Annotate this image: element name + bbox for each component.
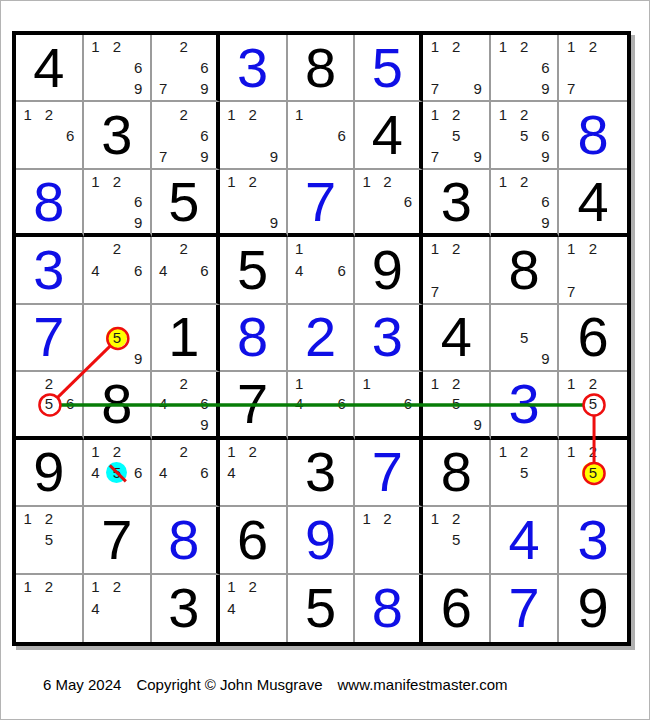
empty-candidate-slot — [398, 508, 419, 529]
candidate-digit: 2 — [514, 36, 535, 57]
empty-candidate-slot — [514, 306, 535, 327]
cell-r7c4[interactable]: 124 — [220, 440, 288, 507]
empty-candidate-slot — [173, 125, 194, 146]
cell-r8c6[interactable]: 12 — [355, 507, 423, 574]
empty-candidate-slot — [492, 78, 513, 99]
empty-candidate-slot — [492, 462, 513, 483]
empty-candidate-slot — [17, 414, 38, 434]
empty-candidate-slot — [582, 57, 604, 78]
cell-r3c6[interactable]: 126 — [355, 170, 423, 237]
candidate-digit: 4 — [221, 462, 242, 483]
cell-r9c3[interactable]: 3 — [152, 575, 220, 642]
candidate-grid: 246 — [152, 237, 216, 302]
empty-candidate-slot — [604, 414, 626, 434]
empty-candidate-slot — [467, 281, 488, 302]
candidate-grid: 127 — [423, 237, 489, 302]
candidate-grid: 146 — [288, 237, 354, 302]
empty-candidate-slot — [604, 462, 626, 483]
candidate-grid: 2679 — [152, 35, 216, 100]
cell-r5c9[interactable]: 6 — [559, 305, 627, 372]
empty-candidate-slot — [60, 529, 81, 550]
cell-r6c5[interactable]: 146 — [288, 372, 356, 439]
candidate-digit: 5 — [106, 327, 127, 348]
candidate-digit: 9 — [263, 146, 284, 167]
candidate-digit: 1 — [424, 36, 445, 57]
candidate-digit: 6 — [127, 462, 148, 483]
empty-candidate-slot — [263, 103, 284, 124]
empty-candidate-slot — [38, 125, 59, 146]
given-digit: 8 — [423, 440, 489, 505]
given-digit: 7 — [84, 507, 150, 572]
empty-candidate-slot — [377, 414, 398, 434]
candidate-digit: 5 — [514, 125, 535, 146]
sudoku-page: 4126926793851279126912712632679129164125… — [0, 0, 650, 720]
candidate-digit: 2 — [446, 508, 467, 529]
cell-r9c1[interactable]: 12 — [16, 575, 84, 642]
candidate-digit: 5 — [446, 394, 467, 414]
empty-candidate-slot — [492, 125, 513, 146]
empty-candidate-slot — [331, 146, 352, 167]
empty-candidate-slot — [60, 146, 81, 167]
cell-r5c1[interactable]: 7 — [16, 305, 84, 372]
cell-r4c9[interactable]: 127 — [559, 237, 627, 304]
candidate-digit: 1 — [221, 103, 242, 124]
cell-r5c7[interactable]: 4 — [423, 305, 491, 372]
candidate-digit: 6 — [194, 125, 215, 146]
empty-candidate-slot — [263, 441, 284, 462]
cell-r1c1[interactable]: 4 — [16, 35, 84, 102]
empty-candidate-slot — [492, 483, 513, 504]
candidate-digit: 1 — [85, 171, 106, 191]
candidate-digit: 6 — [398, 191, 419, 211]
empty-candidate-slot — [560, 483, 582, 504]
empty-candidate-slot — [263, 597, 284, 619]
solved-digit: 7 — [288, 170, 354, 233]
candidate-digit: 2 — [173, 103, 194, 124]
empty-candidate-slot — [398, 529, 419, 550]
cell-r5c6[interactable]: 3 — [355, 305, 423, 372]
empty-candidate-slot — [242, 191, 263, 211]
cell-r1c6[interactable]: 5 — [355, 35, 423, 102]
empty-candidate-slot — [106, 597, 127, 619]
candidate-digit: 1 — [85, 36, 106, 57]
cell-r3c8[interactable]: 1269 — [491, 170, 559, 237]
cell-r2c1[interactable]: 126 — [16, 102, 84, 169]
cell-r2c8[interactable]: 12569 — [491, 102, 559, 169]
candidate-digit: 1 — [492, 103, 513, 124]
candidate-grid: 125 — [559, 372, 627, 435]
candidate-digit: 1 — [17, 508, 38, 529]
empty-candidate-slot — [604, 373, 626, 393]
cell-r2c5[interactable]: 16 — [288, 102, 356, 169]
empty-candidate-slot — [242, 483, 263, 504]
candidate-grid: 127 — [559, 35, 627, 100]
empty-candidate-slot — [377, 550, 398, 571]
cell-r8c5[interactable]: 9 — [288, 507, 356, 574]
empty-candidate-slot — [446, 259, 467, 280]
cell-r2c4[interactable]: 129 — [220, 102, 288, 169]
cell-r1c5[interactable]: 8 — [288, 35, 356, 102]
empty-candidate-slot — [446, 281, 467, 302]
cell-r9c8[interactable]: 7 — [491, 575, 559, 642]
candidate-digit: 4 — [85, 462, 106, 483]
candidate-digit: 6 — [194, 259, 215, 280]
candidate-digit: 1 — [492, 441, 513, 462]
empty-candidate-slot — [289, 125, 310, 146]
empty-candidate-slot — [106, 212, 127, 232]
cell-r6c2[interactable]: 8 — [84, 372, 152, 439]
empty-candidate-slot — [242, 125, 263, 146]
candidate-digit: 1 — [356, 373, 377, 393]
empty-candidate-slot — [17, 373, 38, 393]
empty-candidate-slot — [289, 146, 310, 167]
cell-r9c9[interactable]: 9 — [559, 575, 627, 642]
given-digit: 1 — [152, 305, 216, 370]
empty-candidate-slot — [424, 57, 445, 78]
solved-digit: 5 — [355, 35, 419, 100]
empty-candidate-slot — [127, 171, 148, 191]
empty-candidate-slot — [356, 414, 377, 434]
empty-candidate-slot — [127, 441, 148, 462]
empty-candidate-slot — [560, 57, 582, 78]
candidate-digit: 5 — [106, 462, 127, 483]
empty-candidate-slot — [398, 414, 419, 434]
candidate-digit: 5 — [582, 394, 604, 414]
empty-candidate-slot — [153, 36, 174, 57]
empty-candidate-slot — [221, 212, 242, 232]
given-digit: 8 — [491, 237, 557, 302]
cell-r8c9[interactable]: 3 — [559, 507, 627, 574]
candidate-digit: 4 — [153, 462, 174, 483]
cell-r4c3[interactable]: 246 — [152, 237, 220, 304]
candidate-grid: 126 — [355, 170, 419, 233]
empty-candidate-slot — [377, 394, 398, 414]
empty-candidate-slot — [467, 103, 488, 124]
cell-r8c1[interactable]: 125 — [16, 507, 84, 574]
empty-candidate-slot — [60, 103, 81, 124]
empty-candidate-slot — [492, 146, 513, 167]
empty-candidate-slot — [398, 373, 419, 393]
cell-r2c3[interactable]: 2679 — [152, 102, 220, 169]
empty-candidate-slot — [153, 238, 174, 259]
cell-r1c4[interactable]: 3 — [220, 35, 288, 102]
empty-candidate-slot — [85, 348, 106, 369]
empty-candidate-slot — [604, 238, 626, 259]
empty-candidate-slot — [604, 281, 626, 302]
empty-candidate-slot — [310, 281, 331, 302]
candidate-digit: 2 — [582, 36, 604, 57]
given-digit: 3 — [288, 440, 354, 505]
candidate-digit: 9 — [467, 146, 488, 167]
cell-r1c9[interactable]: 127 — [559, 35, 627, 102]
empty-candidate-slot — [310, 259, 331, 280]
given-digit: 9 — [16, 440, 82, 505]
cell-r4c8[interactable]: 8 — [491, 237, 559, 304]
empty-candidate-slot — [153, 483, 174, 504]
cell-r6c1[interactable]: 256 — [16, 372, 84, 439]
empty-candidate-slot — [424, 529, 445, 550]
given-digit: 3 — [423, 170, 489, 233]
candidate-digit: 2 — [106, 171, 127, 191]
given-digit: 7 — [220, 372, 286, 435]
candidate-digit: 1 — [492, 36, 513, 57]
empty-candidate-slot — [560, 462, 582, 483]
footer: 6 May 2024 Copyright © John Musgrave www… — [43, 676, 508, 693]
empty-candidate-slot — [242, 462, 263, 483]
candidate-grid: 12 — [355, 507, 419, 572]
empty-candidate-slot — [60, 550, 81, 571]
empty-candidate-slot — [424, 414, 445, 434]
candidate-digit: 1 — [356, 508, 377, 529]
empty-candidate-slot — [263, 576, 284, 598]
solved-digit: 3 — [220, 35, 286, 100]
cell-r3c3[interactable]: 5 — [152, 170, 220, 237]
empty-candidate-slot — [263, 191, 284, 211]
cell-r8c8[interactable]: 4 — [491, 507, 559, 574]
empty-candidate-slot — [85, 238, 106, 259]
empty-candidate-slot — [38, 146, 59, 167]
cell-r7c6[interactable]: 7 — [355, 440, 423, 507]
candidate-digit: 5 — [446, 125, 467, 146]
empty-candidate-slot — [356, 550, 377, 571]
empty-candidate-slot — [331, 281, 352, 302]
empty-candidate-slot — [60, 508, 81, 529]
candidate-digit: 6 — [127, 259, 148, 280]
cell-r1c7[interactable]: 1279 — [423, 35, 491, 102]
empty-candidate-slot — [153, 281, 174, 302]
candidate-digit: 2 — [582, 238, 604, 259]
empty-candidate-slot — [242, 619, 263, 641]
cell-r3c5[interactable]: 7 — [288, 170, 356, 237]
empty-candidate-slot — [424, 550, 445, 571]
candidate-digit: 6 — [127, 57, 148, 78]
cell-r4c1[interactable]: 3 — [16, 237, 84, 304]
cell-r1c8[interactable]: 1269 — [491, 35, 559, 102]
empty-candidate-slot — [492, 327, 513, 348]
candidate-digit: 6 — [331, 394, 352, 414]
empty-candidate-slot — [535, 36, 556, 57]
cell-r7c2[interactable]: 12456 — [84, 440, 152, 507]
cell-r9c6[interactable]: 8 — [355, 575, 423, 642]
empty-candidate-slot — [582, 281, 604, 302]
candidate-grid: 125 — [423, 507, 489, 572]
candidate-digit: 1 — [289, 238, 310, 259]
candidate-grid: 12569 — [491, 102, 557, 167]
candidate-digit: 6 — [194, 394, 215, 414]
empty-candidate-slot — [221, 483, 242, 504]
candidate-digit: 4 — [85, 597, 106, 619]
candidate-digit: 2 — [106, 36, 127, 57]
cell-r7c5[interactable]: 3 — [288, 440, 356, 507]
candidate-grid: 246 — [84, 237, 150, 302]
cell-r6c4[interactable]: 7 — [220, 372, 288, 439]
empty-candidate-slot — [604, 259, 626, 280]
solved-digit: 9 — [288, 507, 354, 572]
cell-r5c8[interactable]: 59 — [491, 305, 559, 372]
cell-r9c4[interactable]: 124 — [220, 575, 288, 642]
cell-r5c2[interactable]: 59 — [84, 305, 152, 372]
empty-candidate-slot — [153, 441, 174, 462]
cell-r5c5[interactable]: 2 — [288, 305, 356, 372]
candidate-digit: 2 — [106, 576, 127, 598]
empty-candidate-slot — [38, 619, 59, 641]
empty-candidate-slot — [38, 414, 59, 434]
candidate-digit: 5 — [38, 394, 59, 414]
candidate-digit: 2 — [446, 36, 467, 57]
empty-candidate-slot — [467, 238, 488, 259]
empty-candidate-slot — [127, 619, 148, 641]
cell-r3c9[interactable]: 4 — [559, 170, 627, 237]
candidate-grid: 125 — [491, 440, 557, 505]
cell-r2c7[interactable]: 12579 — [423, 102, 491, 169]
candidate-digit: 6 — [60, 394, 81, 414]
candidate-digit: 7 — [560, 78, 582, 99]
candidate-digit: 2 — [582, 373, 604, 393]
cell-r3c7[interactable]: 3 — [423, 170, 491, 237]
empty-candidate-slot — [310, 125, 331, 146]
candidate-grid: 12456 — [84, 440, 150, 505]
cell-r8c3[interactable]: 8 — [152, 507, 220, 574]
candidate-digit: 9 — [194, 78, 215, 99]
empty-candidate-slot — [492, 306, 513, 327]
cell-r9c7[interactable]: 6 — [423, 575, 491, 642]
candidate-digit: 5 — [38, 529, 59, 550]
candidate-grid: 1259 — [423, 372, 489, 435]
empty-candidate-slot — [242, 212, 263, 232]
cell-r4c2[interactable]: 246 — [84, 237, 152, 304]
empty-candidate-slot — [514, 348, 535, 369]
empty-candidate-slot — [604, 78, 626, 99]
empty-candidate-slot — [535, 171, 556, 191]
solved-digit: 7 — [491, 575, 557, 642]
cell-r3c2[interactable]: 1269 — [84, 170, 152, 237]
cell-r9c2[interactable]: 124 — [84, 575, 152, 642]
empty-candidate-slot — [398, 550, 419, 571]
candidate-digit: 5 — [446, 529, 467, 550]
cell-r2c9[interactable]: 8 — [559, 102, 627, 169]
candidate-digit: 6 — [535, 191, 556, 211]
cell-r8c4[interactable]: 6 — [220, 507, 288, 574]
cell-r5c4[interactable]: 8 — [220, 305, 288, 372]
cell-r7c7[interactable]: 8 — [423, 440, 491, 507]
empty-candidate-slot — [535, 483, 556, 504]
empty-candidate-slot — [85, 191, 106, 211]
candidate-digit: 1 — [424, 373, 445, 393]
candidate-grid: 12579 — [423, 102, 489, 167]
cell-r8c7[interactable]: 125 — [423, 507, 491, 574]
candidate-grid: 12 — [16, 575, 82, 642]
empty-candidate-slot — [289, 414, 310, 434]
empty-candidate-slot — [173, 57, 194, 78]
empty-candidate-slot — [106, 483, 127, 504]
cell-r1c2[interactable]: 1269 — [84, 35, 152, 102]
candidate-digit: 1 — [85, 441, 106, 462]
cell-r4c5[interactable]: 146 — [288, 237, 356, 304]
empty-candidate-slot — [535, 327, 556, 348]
cell-r6c3[interactable]: 2469 — [152, 372, 220, 439]
given-digit: 8 — [288, 35, 354, 100]
cell-r8c2[interactable]: 7 — [84, 507, 152, 574]
empty-candidate-slot — [310, 394, 331, 414]
candidate-digit: 7 — [153, 78, 174, 99]
empty-candidate-slot — [263, 125, 284, 146]
cell-r7c3[interactable]: 246 — [152, 440, 220, 507]
candidate-digit: 4 — [289, 394, 310, 414]
empty-candidate-slot — [85, 483, 106, 504]
empty-candidate-slot — [17, 550, 38, 571]
empty-candidate-slot — [467, 259, 488, 280]
empty-candidate-slot — [127, 306, 148, 327]
empty-candidate-slot — [127, 281, 148, 302]
candidate-grid: 124 — [84, 575, 150, 642]
solved-digit: 4 — [491, 507, 557, 572]
empty-candidate-slot — [173, 414, 194, 434]
cell-r6c6[interactable]: 16 — [355, 372, 423, 439]
cell-r7c8[interactable]: 125 — [491, 440, 559, 507]
sudoku-grid: 4126926793851279126912712632679129164125… — [12, 31, 631, 646]
empty-candidate-slot — [127, 483, 148, 504]
empty-candidate-slot — [424, 125, 445, 146]
candidate-digit: 1 — [492, 171, 513, 191]
empty-candidate-slot — [153, 125, 174, 146]
cell-r4c4[interactable]: 5 — [220, 237, 288, 304]
candidate-digit: 6 — [331, 125, 352, 146]
empty-candidate-slot — [106, 348, 127, 369]
cell-r2c2[interactable]: 3 — [84, 102, 152, 169]
cell-r6c9[interactable]: 125 — [559, 372, 627, 439]
empty-candidate-slot — [106, 281, 127, 302]
cell-r7c9[interactable]: 125 — [559, 440, 627, 507]
cell-r1c3[interactable]: 2679 — [152, 35, 220, 102]
empty-candidate-slot — [467, 394, 488, 414]
solved-digit: 8 — [559, 102, 627, 167]
empty-candidate-slot — [446, 57, 467, 78]
empty-candidate-slot — [604, 441, 626, 462]
candidate-digit: 4 — [289, 259, 310, 280]
empty-candidate-slot — [194, 373, 215, 393]
cell-r3c4[interactable]: 129 — [220, 170, 288, 237]
cell-r3c1[interactable]: 8 — [16, 170, 84, 237]
cell-r4c6[interactable]: 9 — [355, 237, 423, 304]
cell-r4c7[interactable]: 127 — [423, 237, 491, 304]
solved-digit: 3 — [16, 237, 82, 302]
candidate-digit: 9 — [467, 414, 488, 434]
candidate-grid: 2469 — [152, 372, 216, 435]
candidate-digit: 6 — [127, 191, 148, 211]
empty-candidate-slot — [60, 597, 81, 619]
candidate-grid: 129 — [220, 170, 286, 233]
empty-candidate-slot — [173, 483, 194, 504]
cell-r9c5[interactable]: 5 — [288, 575, 356, 642]
candidate-digit: 7 — [153, 146, 174, 167]
footer-copyright: Copyright © John Musgrave — [136, 676, 322, 693]
empty-candidate-slot — [106, 306, 127, 327]
candidate-digit: 9 — [535, 146, 556, 167]
empty-candidate-slot — [173, 146, 194, 167]
empty-candidate-slot — [514, 146, 535, 167]
cell-r6c8[interactable]: 3 — [491, 372, 559, 439]
candidate-grid: 59 — [491, 305, 557, 370]
empty-candidate-slot — [310, 414, 331, 434]
cell-r6c7[interactable]: 1259 — [423, 372, 491, 439]
candidate-digit: 2 — [377, 171, 398, 191]
cell-r7c1[interactable]: 9 — [16, 440, 84, 507]
candidate-digit: 7 — [560, 281, 582, 302]
cell-r2c6[interactable]: 4 — [355, 102, 423, 169]
given-digit: 6 — [559, 305, 627, 370]
candidate-digit: 2 — [38, 508, 59, 529]
cell-r5c3[interactable]: 1 — [152, 305, 220, 372]
